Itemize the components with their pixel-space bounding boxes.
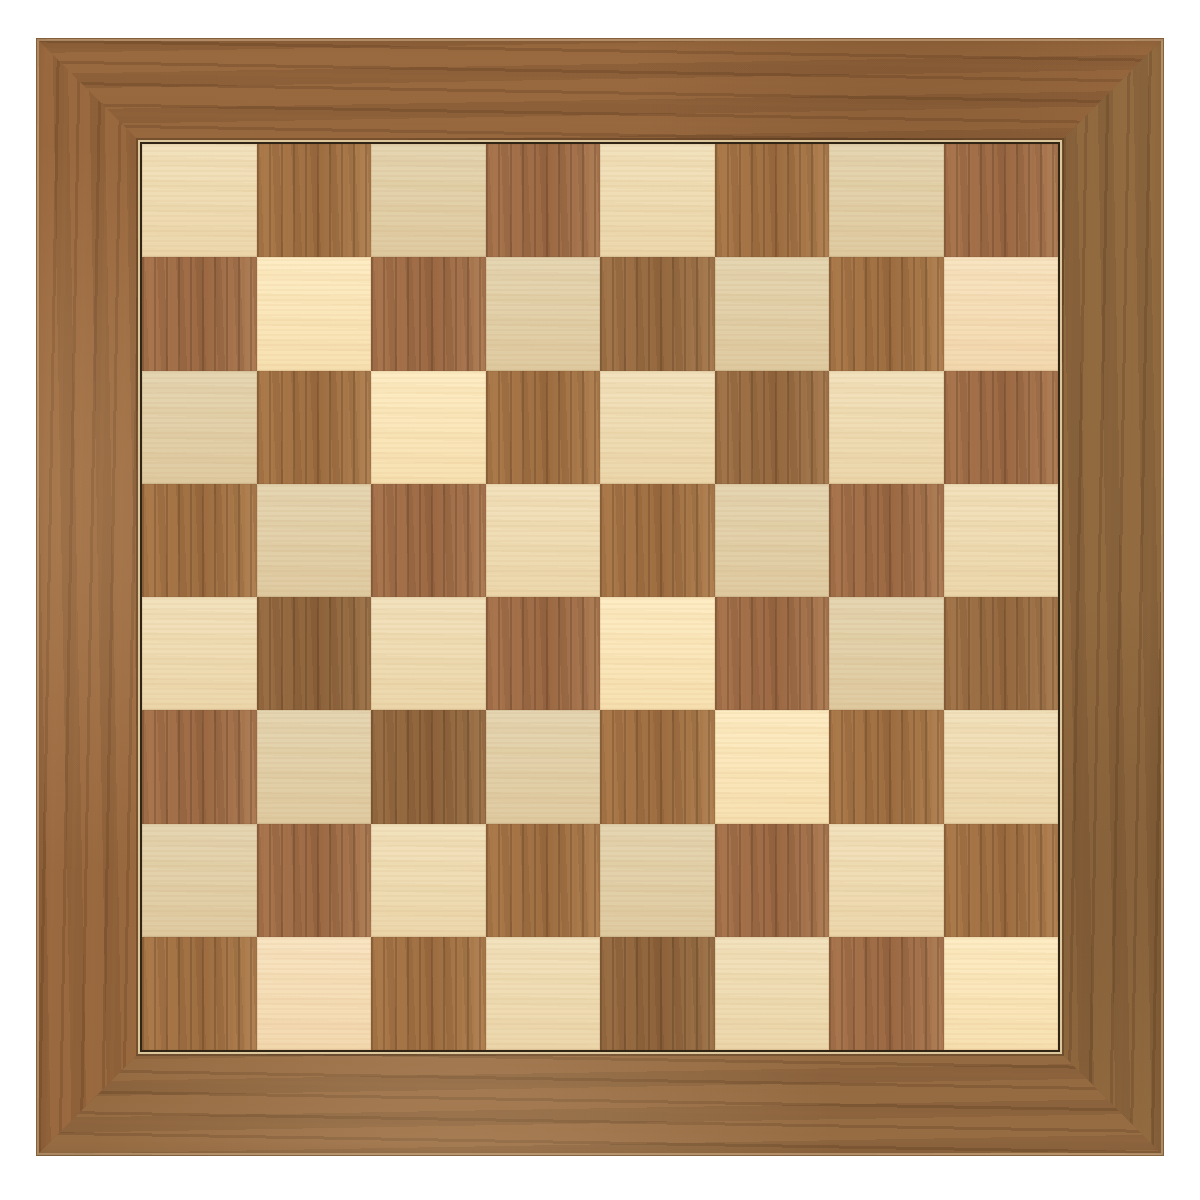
square-f7[interactable]	[715, 257, 830, 370]
square-d2[interactable]	[486, 824, 601, 937]
square-a3[interactable]	[142, 710, 257, 823]
square-c8[interactable]	[371, 144, 486, 257]
square-e2[interactable]	[600, 824, 715, 937]
square-d5[interactable]	[486, 484, 601, 597]
playing-field-inlay-border	[140, 142, 1060, 1052]
square-d4[interactable]	[486, 597, 601, 710]
square-b3[interactable]	[257, 710, 372, 823]
squares-grid	[142, 144, 1058, 1050]
square-b8[interactable]	[257, 144, 372, 257]
square-d6[interactable]	[486, 371, 601, 484]
square-e3[interactable]	[600, 710, 715, 823]
square-f1[interactable]	[715, 937, 830, 1050]
square-a1[interactable]	[142, 937, 257, 1050]
square-h6[interactable]	[944, 371, 1059, 484]
square-h1[interactable]	[944, 937, 1059, 1050]
square-g6[interactable]	[829, 371, 944, 484]
square-c1[interactable]	[371, 937, 486, 1050]
square-h8[interactable]	[944, 144, 1059, 257]
square-a5[interactable]	[142, 484, 257, 597]
square-b6[interactable]	[257, 371, 372, 484]
square-h2[interactable]	[944, 824, 1059, 937]
square-e7[interactable]	[600, 257, 715, 370]
square-h5[interactable]	[944, 484, 1059, 597]
square-f8[interactable]	[715, 144, 830, 257]
square-d8[interactable]	[486, 144, 601, 257]
square-c7[interactable]	[371, 257, 486, 370]
square-f5[interactable]	[715, 484, 830, 597]
chess-board	[36, 38, 1164, 1156]
square-f6[interactable]	[715, 371, 830, 484]
square-g5[interactable]	[829, 484, 944, 597]
square-g7[interactable]	[829, 257, 944, 370]
square-e4[interactable]	[600, 597, 715, 710]
square-b4[interactable]	[257, 597, 372, 710]
square-g8[interactable]	[829, 144, 944, 257]
square-e1[interactable]	[600, 937, 715, 1050]
square-h3[interactable]	[944, 710, 1059, 823]
square-b7[interactable]	[257, 257, 372, 370]
square-a4[interactable]	[142, 597, 257, 710]
square-g1[interactable]	[829, 937, 944, 1050]
square-d1[interactable]	[486, 937, 601, 1050]
square-a7[interactable]	[142, 257, 257, 370]
square-b2[interactable]	[257, 824, 372, 937]
square-e6[interactable]	[600, 371, 715, 484]
square-h4[interactable]	[944, 597, 1059, 710]
square-b5[interactable]	[257, 484, 372, 597]
square-c2[interactable]	[371, 824, 486, 937]
square-e8[interactable]	[600, 144, 715, 257]
square-d3[interactable]	[486, 710, 601, 823]
square-f2[interactable]	[715, 824, 830, 937]
square-g3[interactable]	[829, 710, 944, 823]
square-a2[interactable]	[142, 824, 257, 937]
square-c4[interactable]	[371, 597, 486, 710]
square-c3[interactable]	[371, 710, 486, 823]
square-h7[interactable]	[944, 257, 1059, 370]
square-a8[interactable]	[142, 144, 257, 257]
square-g4[interactable]	[829, 597, 944, 710]
square-b1[interactable]	[257, 937, 372, 1050]
photo-background	[0, 0, 1200, 1200]
square-c6[interactable]	[371, 371, 486, 484]
square-f3[interactable]	[715, 710, 830, 823]
square-g2[interactable]	[829, 824, 944, 937]
square-e5[interactable]	[600, 484, 715, 597]
square-d7[interactable]	[486, 257, 601, 370]
square-f4[interactable]	[715, 597, 830, 710]
square-a6[interactable]	[142, 371, 257, 484]
square-c5[interactable]	[371, 484, 486, 597]
